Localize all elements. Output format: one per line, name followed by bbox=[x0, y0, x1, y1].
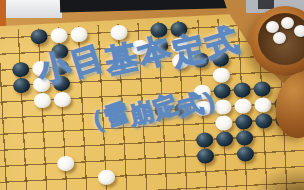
white-stone bbox=[234, 98, 252, 114]
black-stone bbox=[195, 132, 213, 148]
corner-shadow bbox=[250, 166, 304, 190]
video-frame: 小目基本定式 （雪崩定式） bbox=[0, 0, 304, 190]
black-stone bbox=[30, 28, 48, 44]
stone-bowl-interior bbox=[258, 13, 304, 65]
black-stone bbox=[12, 77, 30, 93]
white-stone bbox=[56, 155, 74, 171]
black-stone bbox=[196, 148, 214, 164]
white-stone bbox=[254, 97, 272, 113]
black-stone bbox=[215, 131, 233, 147]
background-white-panel bbox=[4, 0, 62, 18]
black-stone bbox=[234, 114, 252, 130]
black-stone bbox=[11, 61, 29, 77]
black-stone bbox=[254, 113, 272, 129]
white-stone bbox=[33, 92, 51, 108]
black-stone bbox=[253, 81, 271, 97]
bowl-white-stone bbox=[294, 25, 304, 37]
bowl-white-stone bbox=[273, 32, 286, 44]
white-stone bbox=[97, 169, 115, 185]
black-stone bbox=[236, 146, 254, 162]
black-stone bbox=[233, 82, 251, 98]
white-stone bbox=[214, 115, 232, 131]
black-stone bbox=[235, 130, 253, 146]
background-table-edge bbox=[0, 0, 6, 26]
bowl-white-stone bbox=[281, 17, 294, 29]
white-stone bbox=[53, 91, 71, 107]
white-stone bbox=[50, 27, 68, 43]
